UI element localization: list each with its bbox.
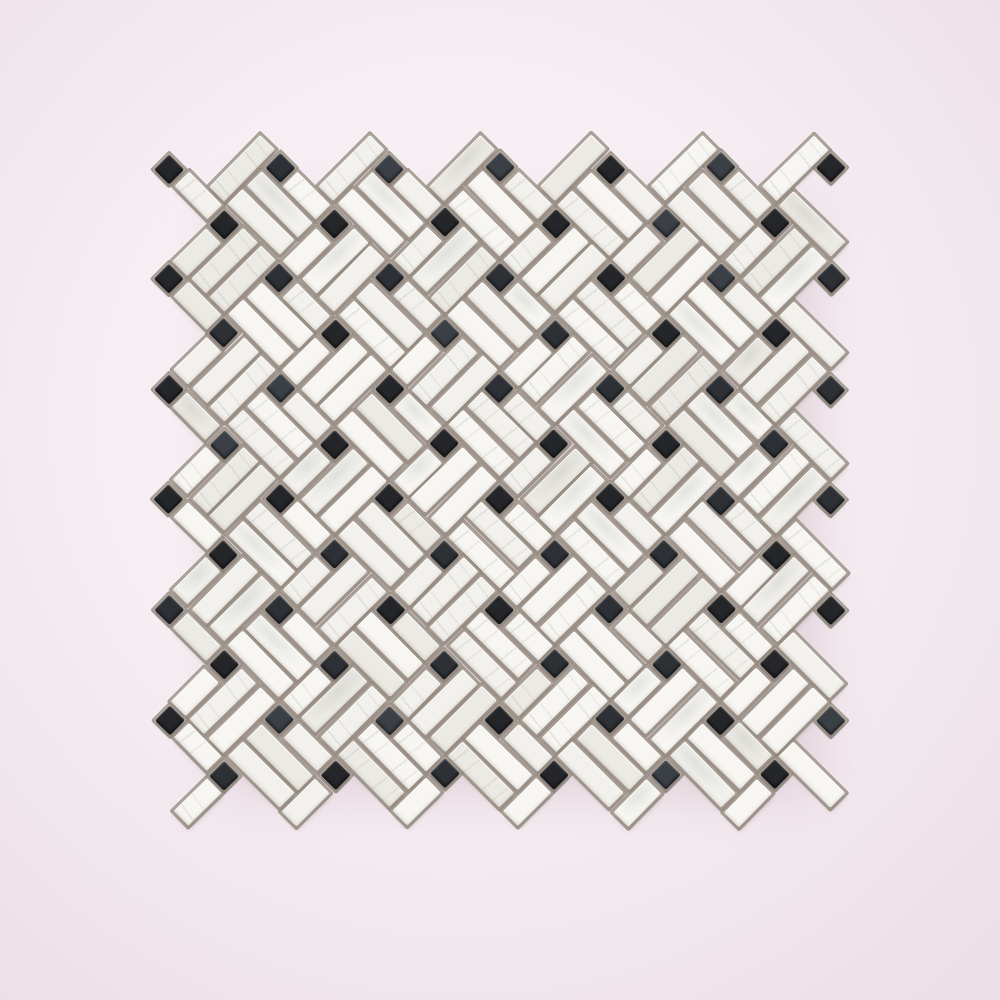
mosaic-sheet bbox=[0, 0, 1000, 1000]
